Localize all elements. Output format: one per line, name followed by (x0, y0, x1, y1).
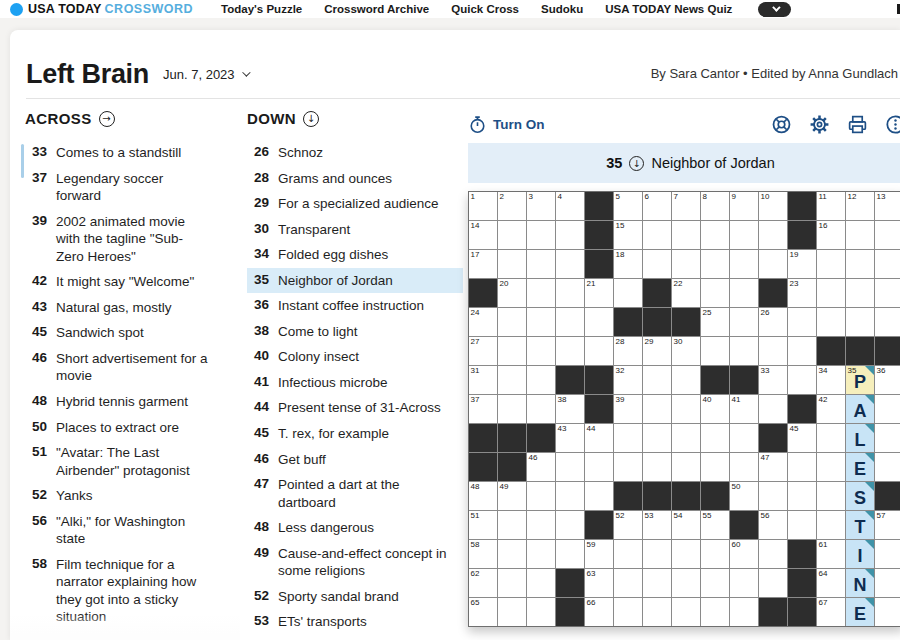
clue-down-45[interactable]: 45T. rex, for example (247, 421, 463, 447)
grid-cell-r9c13[interactable] (817, 424, 845, 452)
grid-cell-r8c15[interactable] (875, 395, 900, 423)
grid-cell-r10c14[interactable]: E (846, 453, 874, 481)
grid-cell-r14c6[interactable] (614, 569, 642, 597)
nav-sudoku[interactable]: Sudoku (541, 3, 583, 15)
clue-across-43[interactable]: 43Natural gas, mostly (25, 295, 235, 321)
clue-number: 51 (25, 444, 47, 479)
clue-text: Present tense of 31-Across (278, 399, 441, 417)
grid-cell-black (759, 424, 787, 452)
grid-cell-r7c2[interactable] (498, 366, 526, 394)
clue-number: 47 (247, 476, 269, 511)
grid-cell-r4c9[interactable] (701, 279, 729, 307)
grid-cell-r10c6[interactable] (614, 453, 642, 481)
grid-cell-r6c7[interactable]: 29 (643, 337, 671, 365)
grid-cell-r8c7[interactable] (643, 395, 671, 423)
grid-cell-r7c3[interactable] (527, 366, 555, 394)
grid-cell-r14c10[interactable] (730, 569, 758, 597)
grid-cell-r4c12[interactable]: 23 (788, 279, 816, 307)
grid-cell-r12c7[interactable]: 53 (643, 511, 671, 539)
cell-number: 15 (616, 221, 625, 231)
grid-cell-r13c13[interactable]: 61 (817, 540, 845, 568)
clue-text: Short advertisement for a movie (56, 350, 208, 385)
grid-cell-r1c7[interactable]: 6 (643, 192, 671, 220)
cell-number: 10 (761, 192, 770, 202)
grid-cell-r1c3[interactable]: 3 (527, 192, 555, 220)
cell-number: 11 (819, 192, 827, 202)
grid-cell-black (527, 424, 555, 452)
grid-cell-r14c8[interactable] (672, 569, 700, 597)
clue-across-39[interactable]: 392002 animated movie with the tagline "… (25, 209, 235, 270)
grid-cell-r12c12[interactable] (788, 511, 816, 539)
grid-cell-r15c3[interactable] (527, 598, 555, 626)
grid-cell-r5c1[interactable]: 24 (469, 308, 497, 336)
clue-down-54[interactable]: 54Moxie (247, 635, 463, 640)
grid-cell-r6c6[interactable]: 28 (614, 337, 642, 365)
grid-cell-r11c12[interactable] (788, 482, 816, 510)
cell-number: 52 (616, 511, 625, 521)
grid-cell-r14c7[interactable] (643, 569, 671, 597)
grid-cell-black (585, 192, 613, 220)
grid-cell-r15c14[interactable]: E (846, 598, 874, 626)
cell-number: 32 (616, 366, 625, 376)
clue-text: T. rex, for example (278, 425, 389, 443)
grid-cell-r11c10[interactable]: 50 (730, 482, 758, 510)
nav-more-button[interactable] (758, 2, 791, 17)
clue-text: "Alki," for Washington state (56, 513, 208, 548)
grid-cell-r9c4[interactable]: 43 (556, 424, 584, 452)
grid-cell-r7c8[interactable] (672, 366, 700, 394)
cell-number: 19 (790, 250, 799, 260)
grid-cell-r9c6[interactable] (614, 424, 642, 452)
clue-down-53[interactable]: 53ETs' transports (247, 609, 463, 635)
grid-cell-r12c4[interactable] (556, 511, 584, 539)
grid-cell-r2c1[interactable]: 14 (469, 221, 497, 249)
clue-across-46[interactable]: 46Short advertisement for a movie (25, 346, 235, 389)
grid-cell-r13c10[interactable]: 60 (730, 540, 758, 568)
grid-cell-r12c1[interactable]: 51 (469, 511, 497, 539)
grid-cell-r13c1[interactable]: 58 (469, 540, 497, 568)
byline: By Sara Cantor • Edited by Anna Gundlach (651, 66, 898, 81)
cell-number: 50 (732, 482, 741, 492)
cell-number: 47 (761, 453, 770, 463)
grid-cell-r5c3[interactable] (527, 308, 555, 336)
clue-down-38[interactable]: 38Come to light (247, 319, 463, 345)
grid-cell-black (875, 482, 900, 510)
clue-down-49[interactable]: 49Cause-and-effect concept in some relig… (247, 541, 463, 584)
grid-cell-r15c13[interactable]: 67 (817, 598, 845, 626)
cell-number: 40 (703, 395, 712, 405)
cell-number: 65 (471, 598, 480, 608)
grid-cell-r2c6[interactable]: 15 (614, 221, 642, 249)
grid-cell-r9c7[interactable] (643, 424, 671, 452)
grid-cell-r10c3[interactable]: 46 (527, 453, 555, 481)
brand-usatoday[interactable]: USA TODAY (28, 2, 102, 16)
grid-cell-r8c6[interactable]: 39 (614, 395, 642, 423)
clue-down-41[interactable]: 41Infectious microbe (247, 370, 463, 396)
grid-cell-r6c5[interactable] (585, 337, 613, 365)
grid-cell-r6c9[interactable] (701, 337, 729, 365)
clue-across-51[interactable]: 51"Avatar: The Last Airbender" protagoni… (25, 440, 235, 483)
grid-cell-r5c13[interactable] (817, 308, 845, 336)
clue-down-52[interactable]: 52Sporty sandal brand (247, 584, 463, 610)
grid-cell-r7c11[interactable]: 33 (759, 366, 787, 394)
grid-cell-r10c11[interactable]: 47 (759, 453, 787, 481)
grid-cell-r8c3[interactable] (527, 395, 555, 423)
grid-cell-r6c2[interactable] (498, 337, 526, 365)
cell-number: 38 (558, 395, 567, 405)
grid-cell-r10c5[interactable] (585, 453, 613, 481)
clue-down-40[interactable]: 40Colony insect (247, 344, 463, 370)
grid-cell-r15c15[interactable] (875, 598, 900, 626)
grid-cell-r1c10[interactable]: 9 (730, 192, 758, 220)
clue-down-28[interactable]: 28Grams and ounces (247, 166, 463, 192)
grid-cell-r2c10[interactable] (730, 221, 758, 249)
grid-cell-r12c15[interactable]: 57 (875, 511, 900, 539)
across-heading: ACROSS → (25, 110, 235, 127)
clue-number: 36 (247, 297, 269, 315)
stopwatch-icon (468, 115, 487, 134)
grid-cell-r3c4[interactable] (556, 250, 584, 278)
clue-number: 46 (25, 350, 47, 385)
cell-number: 66 (587, 598, 596, 608)
grid-cell-r13c7[interactable] (643, 540, 671, 568)
clue-text: Legendary soccer forward (56, 170, 208, 205)
grid-cell-r9c15[interactable] (875, 424, 900, 452)
cell-number: 16 (819, 221, 828, 231)
settings-gear-icon[interactable] (809, 114, 830, 135)
cell-number: 39 (616, 395, 625, 405)
grid-cell-r2c9[interactable] (701, 221, 729, 249)
grid-cell-r6c12[interactable] (788, 337, 816, 365)
grid-cell-r8c8[interactable] (672, 395, 700, 423)
grid-cell-r11c11[interactable] (759, 482, 787, 510)
clue-down-29[interactable]: 29For a specialized audience (247, 191, 463, 217)
grid-cell-r6c11[interactable] (759, 337, 787, 365)
grid-cell-black (585, 250, 613, 278)
grid-cell-r12c8[interactable]: 54 (672, 511, 700, 539)
date-selector[interactable]: Jun. 7, 2023 (163, 67, 248, 82)
grid-cell-r2c4[interactable] (556, 221, 584, 249)
page-title: Left Brain (26, 59, 149, 90)
timer-turn-on-button[interactable]: Turn On (468, 115, 545, 134)
grid-cell-black (585, 511, 613, 539)
grid-cell-r5c15[interactable] (875, 308, 900, 336)
grid-cell-r3c7[interactable] (643, 250, 671, 278)
clue-number: 46 (247, 451, 269, 469)
clue-down-34[interactable]: 34Folded egg dishes (247, 242, 463, 268)
grid-cell-r13c14[interactable]: I (846, 540, 874, 568)
clue-down-47[interactable]: 47Pointed a dart at the dartboard (247, 472, 463, 515)
grid-cell-r7c1[interactable]: 31 (469, 366, 497, 394)
grid-cell-r2c7[interactable] (643, 221, 671, 249)
grid-cell-r5c11[interactable]: 26 (759, 308, 787, 336)
nav-quick-cross[interactable]: Quick Cross (451, 3, 519, 15)
grid-cell-r9c12[interactable]: 45 (788, 424, 816, 452)
grid-cell-r8c9[interactable]: 40 (701, 395, 729, 423)
grid-cell-r3c1[interactable]: 17 (469, 250, 497, 278)
grid-cell-r2c13[interactable]: 16 (817, 221, 845, 249)
nav-todays-puzzle[interactable]: Today's Puzzle (221, 3, 302, 15)
grid-cell-r2c15[interactable] (875, 221, 900, 249)
grid-cell-r11c1[interactable]: 48 (469, 482, 497, 510)
grid-cell-r9c8[interactable] (672, 424, 700, 452)
grid-cell-r14c9[interactable] (701, 569, 729, 597)
grid-cell-r3c9[interactable] (701, 250, 729, 278)
clue-across-42[interactable]: 42It might say "Welcome" (25, 269, 235, 295)
clue-across-33[interactable]: 33Comes to a standstill (25, 140, 235, 166)
grid-cell-black (730, 511, 758, 539)
grid-cell-r3c6[interactable]: 18 (614, 250, 642, 278)
grid-cell-r15c10[interactable] (730, 598, 758, 626)
grid-cell-r4c14[interactable] (846, 279, 874, 307)
grid-cell-r13c15[interactable] (875, 540, 900, 568)
brand-crossword[interactable]: CROSSWORD (105, 2, 194, 16)
clue-text: Folded egg dishes (278, 246, 388, 264)
grid-cell-r1c2[interactable]: 2 (498, 192, 526, 220)
clue-number: 30 (247, 221, 269, 239)
grid-cell-black (556, 569, 584, 597)
grid-cell-r13c11[interactable] (759, 540, 787, 568)
grid-cell-r11c14[interactable]: S (846, 482, 874, 510)
grid-cell-r14c11[interactable] (759, 569, 787, 597)
grid-cell-r13c5[interactable]: 59 (585, 540, 613, 568)
grid-cell-r13c6[interactable] (614, 540, 642, 568)
grid-cell-r9c14[interactable]: L (846, 424, 874, 452)
grid-cell-r11c5[interactable] (585, 482, 613, 510)
grid-cell-r3c2[interactable] (498, 250, 526, 278)
cell-number: 59 (587, 540, 596, 550)
cell-number: 29 (645, 337, 654, 347)
grid-cell-r1c8[interactable]: 7 (672, 192, 700, 220)
grid-cell-r6c8[interactable]: 30 (672, 337, 700, 365)
grid-cell-r12c14[interactable]: T (846, 511, 874, 539)
grid-cell-r4c8[interactable]: 22 (672, 279, 700, 307)
more-options-icon[interactable] (885, 114, 900, 135)
grid-cell-r3c11[interactable] (759, 250, 787, 278)
grid-cell-r4c6[interactable] (614, 279, 642, 307)
grid-cell-r3c14[interactable] (846, 250, 874, 278)
grid-cell-r5c14[interactable] (846, 308, 874, 336)
revealed-corner-icon (865, 453, 874, 462)
grid-cell-r8c1[interactable]: 37 (469, 395, 497, 423)
toolbar-icons (771, 114, 900, 135)
clue-down-48[interactable]: 48Less dangerous (247, 515, 463, 541)
grid-cell-r2c14[interactable] (846, 221, 874, 249)
clue-number: 49 (247, 545, 269, 580)
grid-cell-r14c2[interactable] (498, 569, 526, 597)
grid-cell-r14c14[interactable]: N (846, 569, 874, 597)
grid-cell-r12c3[interactable] (527, 511, 555, 539)
clue-down-30[interactable]: 30Transparent (247, 217, 463, 243)
grid-cell-r5c4[interactable] (556, 308, 584, 336)
clue-across-58[interactable]: 58Film technique for a narrator explaini… (25, 552, 235, 630)
grid-cell-r12c11[interactable]: 56 (759, 511, 787, 539)
cell-number: 22 (674, 279, 683, 289)
grid-cell-r2c11[interactable] (759, 221, 787, 249)
grid-cell-r2c3[interactable] (527, 221, 555, 249)
active-clue-banner: 35 ↓ Neighbor of Jordan (468, 143, 900, 183)
grid-cell-r13c3[interactable] (527, 540, 555, 568)
grid-cell-r4c3[interactable] (527, 279, 555, 307)
grid-cell-r13c9[interactable] (701, 540, 729, 568)
clue-across-52[interactable]: 52Yanks (25, 483, 235, 509)
grid-cell-r14c1[interactable]: 62 (469, 569, 497, 597)
grid-cell-r7c14[interactable]: 35P (846, 366, 874, 394)
grid-cell-r8c14[interactable]: A (846, 395, 874, 423)
grid-cell-r5c9[interactable]: 25 (701, 308, 729, 336)
down-label: DOWN (247, 110, 296, 127)
grid-cell-r10c7[interactable] (643, 453, 671, 481)
grid-cell-r15c8[interactable] (672, 598, 700, 626)
grid-cell-r7c15[interactable]: 36 (875, 366, 900, 394)
grid-cell-r1c9[interactable]: 8 (701, 192, 729, 220)
clue-down-46[interactable]: 46Get buff (247, 447, 463, 473)
grid-cell-r11c13[interactable] (817, 482, 845, 510)
grid-cell-r12c9[interactable]: 55 (701, 511, 729, 539)
grid-cell-r10c13[interactable] (817, 453, 845, 481)
grid-cell-r1c15[interactable]: 13 (875, 192, 900, 220)
clue-across-50[interactable]: 50Places to extract ore (25, 415, 235, 441)
grid-cell-r11c2[interactable]: 49 (498, 482, 526, 510)
grid-cell-r7c12[interactable] (788, 366, 816, 394)
grid-cell-r9c10[interactable] (730, 424, 758, 452)
clue-text: Yanks (56, 487, 93, 505)
print-icon[interactable] (847, 114, 868, 135)
grid-cell-r1c11[interactable]: 10 (759, 192, 787, 220)
grid-cell-r8c11[interactable] (759, 395, 787, 423)
grid-cell-r6c4[interactable] (556, 337, 584, 365)
nav-crossword-archive[interactable]: Crossword Archive (324, 3, 429, 15)
grid-cell-r1c14[interactable]: 12 (846, 192, 874, 220)
grid-cell-r7c7[interactable] (643, 366, 671, 394)
clue-text: For a specialized audience (278, 195, 439, 213)
grid-cell-r8c2[interactable] (498, 395, 526, 423)
cell-number: 44 (587, 424, 596, 434)
grid-cell-r10c10[interactable] (730, 453, 758, 481)
grid-cell-r15c9[interactable] (701, 598, 729, 626)
grid-cell-r3c3[interactable] (527, 250, 555, 278)
clue-number: 39 (25, 213, 47, 266)
grid-cell-r3c8[interactable] (672, 250, 700, 278)
clue-number: 48 (25, 393, 47, 411)
grid-cell-r11c3[interactable] (527, 482, 555, 510)
cell-number: 5 (616, 192, 620, 202)
revealed-corner-icon (865, 598, 874, 607)
grid-cell-r1c4[interactable]: 4 (556, 192, 584, 220)
clue-across-48[interactable]: 48Hybrid tennis garment (25, 389, 235, 415)
grid-cell-r8c10[interactable]: 41 (730, 395, 758, 423)
grid-cell-r15c7[interactable] (643, 598, 671, 626)
grid-cell-r5c2[interactable] (498, 308, 526, 336)
grid-cell-r4c4[interactable] (556, 279, 584, 307)
clue-across-56[interactable]: 56"Alki," for Washington state (25, 509, 235, 552)
grid-cell-black (469, 279, 497, 307)
help-lifebuoy-icon[interactable] (771, 114, 792, 135)
grid-cell-r5c5[interactable] (585, 308, 613, 336)
clue-text: Pointed a dart at the dartboard (278, 476, 457, 511)
clue-text: Cause-and-effect concept in some religio… (278, 545, 457, 580)
clue-down-36[interactable]: 36Instant coffee instruction (247, 293, 463, 319)
grid-cell-r4c5[interactable]: 21 (585, 279, 613, 307)
clue-across-45[interactable]: 45Sandwich spot (25, 320, 235, 346)
crossword-grid: 1234567891011121314151617181920212223242… (468, 191, 900, 627)
clue-across-37[interactable]: 37Legendary soccer forward (25, 166, 235, 209)
grid-cell-r11c4[interactable] (556, 482, 584, 510)
grid-cell-r13c2[interactable] (498, 540, 526, 568)
grid-cell-r6c3[interactable] (527, 337, 555, 365)
clue-text: Transparent (278, 221, 350, 239)
grid-cell-r1c13[interactable]: 11 (817, 192, 845, 220)
grid-cell-r9c5[interactable]: 44 (585, 424, 613, 452)
grid-cell-r15c6[interactable] (614, 598, 642, 626)
grid-cell-r1c6[interactable]: 5 (614, 192, 642, 220)
grid-cell-r10c4[interactable] (556, 453, 584, 481)
grid-cell-r13c8[interactable] (672, 540, 700, 568)
grid-cell-r10c12[interactable] (788, 453, 816, 481)
grid-cell-r10c15[interactable] (875, 453, 900, 481)
grid-cell-r14c13[interactable]: 64 (817, 569, 845, 597)
grid-cell-r9c9[interactable] (701, 424, 729, 452)
grid-cell-r1c1[interactable]: 1 (469, 192, 497, 220)
grid-cell-r8c13[interactable]: 42 (817, 395, 845, 423)
grid-cell-r7c6[interactable]: 32 (614, 366, 642, 394)
cell-number: 7 (674, 192, 678, 202)
grid-cell-r12c2[interactable] (498, 511, 526, 539)
grid-cell-r14c5[interactable]: 63 (585, 569, 613, 597)
grid-cell-r14c3[interactable] (527, 569, 555, 597)
grid-cell-r3c12[interactable]: 19 (788, 250, 816, 278)
grid-cell-r6c1[interactable]: 27 (469, 337, 497, 365)
grid-cell-r15c5[interactable]: 66 (585, 598, 613, 626)
cell-number: 3 (529, 192, 533, 202)
cell-number: 1 (471, 192, 475, 202)
grid-cell-r4c13[interactable] (817, 279, 845, 307)
grid-cell-r3c13[interactable] (817, 250, 845, 278)
grid-cell-r5c10[interactable] (730, 308, 758, 336)
grid-cell-r10c8[interactable] (672, 453, 700, 481)
grid-cell-r2c2[interactable] (498, 221, 526, 249)
nav-news-quiz[interactable]: USA TODAY News Quiz (605, 3, 732, 15)
grid-cell-r6c10[interactable] (730, 337, 758, 365)
grid-cell-r15c2[interactable] (498, 598, 526, 626)
grid-cell-r4c15[interactable] (875, 279, 900, 307)
grid-cell-r12c6[interactable]: 52 (614, 511, 642, 539)
grid-cell-black (730, 366, 758, 394)
grid-cell-r2c8[interactable] (672, 221, 700, 249)
grid-cell-r7c13[interactable]: 34 (817, 366, 845, 394)
grid-cell-r4c2[interactable]: 20 (498, 279, 526, 307)
grid-cell-r3c10[interactable] (730, 250, 758, 278)
across-scrollbar-thumb[interactable] (21, 144, 24, 178)
cell-number: 57 (877, 511, 886, 521)
clue-down-44[interactable]: 44Present tense of 31-Across (247, 395, 463, 421)
grid-cell-r14c15[interactable] (875, 569, 900, 597)
grid-cell-r13c4[interactable] (556, 540, 584, 568)
grid-cell-r12c13[interactable] (817, 511, 845, 539)
grid-cell-black (614, 482, 642, 510)
clue-down-35[interactable]: 35Neighbor of Jordan (247, 268, 463, 294)
grid-cell-r4c10[interactable] (730, 279, 758, 307)
grid-cell-r3c15[interactable] (875, 250, 900, 278)
grid-cell-r15c1[interactable]: 65 (469, 598, 497, 626)
grid-cell-r5c12[interactable] (788, 308, 816, 336)
clue-across-61[interactable]: 61___ the cows come home (25, 630, 235, 640)
clue-down-26[interactable]: 26Schnoz (247, 140, 463, 166)
grid-cell-black (643, 482, 671, 510)
grid-cell-r8c4[interactable]: 38 (556, 395, 584, 423)
grid-cell-r10c9[interactable] (701, 453, 729, 481)
grid-cell-black (469, 453, 497, 481)
